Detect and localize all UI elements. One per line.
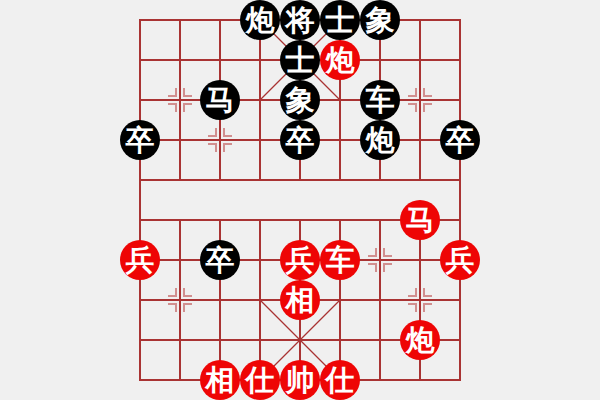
piece-glyph: 炮 — [366, 126, 395, 155]
piece-glyph: 士 — [326, 6, 355, 35]
xiangqi-app: 炮将士象士炮马象车卒卒炮卒马兵卒兵车兵相炮相仕帅仕 — [0, 0, 600, 400]
piece-glyph: 象 — [366, 6, 395, 35]
piece-black-advisor[interactable]: 士 — [320, 0, 360, 40]
piece-red-elephant[interactable]: 相 — [200, 360, 240, 400]
piece-glyph: 炮 — [326, 46, 355, 75]
piece-black-advisor[interactable]: 士 — [280, 40, 320, 80]
piece-black-horse[interactable]: 马 — [200, 80, 240, 120]
piece-red-horse[interactable]: 马 — [400, 200, 440, 240]
piece-glyph: 车 — [326, 246, 355, 275]
piece-glyph: 象 — [286, 86, 315, 115]
piece-black-chariot[interactable]: 车 — [360, 80, 400, 120]
piece-red-cannon[interactable]: 炮 — [320, 40, 360, 80]
piece-black-cannon[interactable]: 炮 — [360, 120, 400, 160]
piece-black-elephant[interactable]: 象 — [280, 80, 320, 120]
piece-glyph: 卒 — [126, 126, 155, 155]
piece-glyph: 卒 — [286, 126, 315, 155]
piece-red-elephant[interactable]: 相 — [280, 280, 320, 320]
piece-red-soldier[interactable]: 兵 — [440, 240, 480, 280]
piece-glyph: 仕 — [326, 366, 355, 395]
piece-black-soldier[interactable]: 卒 — [200, 240, 240, 280]
piece-black-elephant[interactable]: 象 — [360, 0, 400, 40]
piece-red-cannon[interactable]: 炮 — [400, 320, 440, 360]
piece-glyph: 车 — [366, 86, 395, 115]
piece-glyph: 相 — [286, 286, 315, 315]
piece-black-cannon[interactable]: 炮 — [240, 0, 280, 40]
piece-glyph: 帅 — [286, 366, 315, 395]
piece-glyph: 卒 — [206, 246, 235, 275]
piece-glyph: 仕 — [246, 366, 275, 395]
piece-black-soldier[interactable]: 卒 — [440, 120, 480, 160]
piece-red-advisor[interactable]: 仕 — [320, 360, 360, 400]
piece-red-general[interactable]: 帅 — [280, 360, 320, 400]
piece-glyph: 马 — [206, 86, 235, 115]
piece-glyph: 将 — [286, 6, 315, 35]
piece-red-advisor[interactable]: 仕 — [240, 360, 280, 400]
piece-red-soldier[interactable]: 兵 — [120, 240, 160, 280]
piece-black-general[interactable]: 将 — [280, 0, 320, 40]
piece-black-soldier[interactable]: 卒 — [120, 120, 160, 160]
piece-red-soldier[interactable]: 兵 — [280, 240, 320, 280]
piece-glyph: 兵 — [286, 246, 315, 275]
piece-black-soldier[interactable]: 卒 — [280, 120, 320, 160]
piece-glyph: 炮 — [246, 6, 275, 35]
pieces-layer: 炮将士象士炮马象车卒卒炮卒马兵卒兵车兵相炮相仕帅仕 — [120, 0, 480, 400]
piece-glyph: 相 — [206, 366, 235, 395]
piece-glyph: 兵 — [446, 246, 475, 275]
piece-glyph: 卒 — [446, 126, 475, 155]
piece-glyph: 士 — [286, 46, 315, 75]
piece-glyph: 马 — [406, 206, 435, 235]
piece-red-chariot[interactable]: 车 — [320, 240, 360, 280]
piece-glyph: 炮 — [406, 326, 435, 355]
piece-glyph: 兵 — [126, 246, 155, 275]
